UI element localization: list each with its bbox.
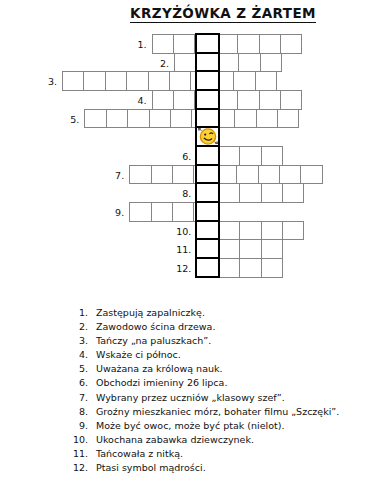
grid-cell[interactable] bbox=[62, 71, 84, 91]
grid-cell[interactable] bbox=[127, 109, 149, 129]
clue-item: 2.Zawodowo ścina drzewa. bbox=[70, 320, 339, 334]
grid-cell[interactable] bbox=[218, 221, 240, 241]
grid-cell[interactable] bbox=[279, 165, 301, 185]
grid-cell[interactable] bbox=[152, 34, 174, 54]
clue-number: 1. bbox=[70, 306, 88, 319]
clue-item: 6.Obchodzi imieniny 26 lipca. bbox=[70, 376, 339, 390]
solution-column-cell[interactable] bbox=[195, 220, 220, 241]
grid-cell[interactable] bbox=[170, 109, 192, 129]
clue-text: Wskaże ci północ. bbox=[96, 348, 181, 361]
grid-cell[interactable] bbox=[239, 239, 261, 259]
grid-cell[interactable] bbox=[172, 165, 194, 185]
grid-cell[interactable] bbox=[237, 34, 259, 54]
solution-column-cell[interactable] bbox=[195, 182, 220, 203]
row-number-label: 10. bbox=[165, 226, 191, 237]
clue-text: Zastępują zapalniczkę. bbox=[96, 306, 205, 319]
grid-row bbox=[129, 165, 323, 185]
grid-cell[interactable] bbox=[261, 183, 283, 203]
clue-item: 1.Zastępują zapalniczkę. bbox=[70, 306, 339, 320]
row-number-label: 7. bbox=[98, 170, 124, 181]
row-number-label: 8. bbox=[165, 188, 191, 199]
grid-cell[interactable] bbox=[126, 71, 148, 91]
solution-column-cell[interactable] bbox=[195, 257, 220, 278]
grid-cell[interactable] bbox=[151, 202, 173, 222]
grid-cell[interactable] bbox=[259, 90, 281, 110]
row-number-label: 6. bbox=[165, 151, 191, 162]
grid-cell[interactable] bbox=[129, 165, 151, 185]
clue-item: 4.Wskaże ci północ. bbox=[70, 348, 339, 362]
clue-number: 8. bbox=[70, 405, 88, 418]
clue-text: Wybrany przez uczniów „klasowy szef”. bbox=[96, 391, 285, 404]
row-number-label: 3. bbox=[31, 76, 57, 87]
clue-number: 11. bbox=[70, 447, 88, 460]
clue-number: 12. bbox=[70, 461, 88, 474]
clue-text: Groźny mieszkaniec mórz, bohater filmu „… bbox=[96, 405, 339, 418]
row-number-label: 11. bbox=[165, 244, 191, 255]
clue-number: 4. bbox=[70, 348, 88, 361]
clue-item: 11.Tańcowała z nitką. bbox=[70, 447, 339, 461]
clue-number: 7. bbox=[70, 391, 88, 404]
grid-cell[interactable] bbox=[129, 202, 151, 222]
grid-cell[interactable] bbox=[261, 221, 283, 241]
grid-cell[interactable] bbox=[239, 221, 261, 241]
grid-row bbox=[152, 34, 303, 54]
clue-text: Ptasi symbol mądrości. bbox=[96, 461, 206, 474]
clue-item: 12.Ptasi symbol mądrości. bbox=[70, 461, 339, 475]
solution-column-cell[interactable] bbox=[195, 33, 220, 54]
grid-row bbox=[62, 71, 277, 91]
crossword-grid: 1.2.3.4.5.6.7.8.9.10.11.12. bbox=[0, 0, 378, 300]
clue-item: 7.Wybrany przez uczniów „klasowy szef”. bbox=[70, 391, 339, 405]
grid-cell[interactable] bbox=[282, 183, 304, 203]
grid-cell[interactable] bbox=[261, 239, 283, 259]
grid-cell[interactable] bbox=[83, 71, 105, 91]
grid-row bbox=[152, 90, 303, 110]
solution-column-cell[interactable] bbox=[195, 201, 220, 222]
clue-item: 8.Groźny mieszkaniec mórz, bohater filmu… bbox=[70, 405, 339, 419]
grid-cell[interactable] bbox=[255, 71, 277, 91]
grid-cell[interactable] bbox=[260, 53, 282, 73]
clue-text: Obchodzi imieniny 26 lipca. bbox=[96, 376, 227, 389]
row-number-label: 12. bbox=[165, 263, 191, 274]
grid-cell[interactable] bbox=[106, 109, 128, 129]
grid-cell[interactable] bbox=[151, 165, 173, 185]
grid-cell[interactable] bbox=[173, 34, 195, 54]
clue-list: 1.Zastępują zapalniczkę.2.Zawodowo ścina… bbox=[70, 306, 339, 475]
clue-text: Tańcowała z nitką. bbox=[96, 447, 183, 460]
row-number-label: 1. bbox=[121, 39, 147, 50]
grid-cell[interactable] bbox=[218, 183, 240, 203]
grid-cell[interactable] bbox=[237, 90, 259, 110]
grid-cell[interactable] bbox=[282, 221, 304, 241]
grid-cell[interactable] bbox=[152, 90, 174, 110]
grid-cell[interactable] bbox=[300, 165, 322, 185]
grid-cell[interactable] bbox=[256, 109, 278, 129]
grid-cell[interactable] bbox=[259, 34, 281, 54]
grid-row bbox=[174, 53, 282, 73]
clue-item: 9.Może być owoc, może być ptak (nielot). bbox=[70, 419, 339, 433]
clue-item: 10.Ukochana zabawka dziewczynek. bbox=[70, 433, 339, 447]
clue-number: 10. bbox=[70, 433, 88, 446]
row-number-label: 2. bbox=[143, 58, 169, 69]
clue-item: 5.Uważana za królową nauk. bbox=[70, 362, 339, 376]
grid-cell[interactable] bbox=[261, 258, 283, 278]
grid-cell[interactable] bbox=[218, 146, 240, 166]
grid-cell[interactable] bbox=[280, 90, 302, 110]
clue-number: 9. bbox=[70, 419, 88, 432]
grid-cell[interactable] bbox=[105, 71, 127, 91]
grid-cell[interactable] bbox=[239, 183, 261, 203]
clue-number: 3. bbox=[70, 334, 88, 347]
clue-text: Ukochana zabawka dziewczynek. bbox=[96, 433, 254, 446]
row-number-label: 9. bbox=[98, 207, 124, 218]
grid-cell[interactable] bbox=[277, 109, 299, 129]
worksheet-page: KRZYŻÓWKA Z ŻARTEM 1.2.3.4.5.6.7.8.9.10.… bbox=[0, 0, 378, 480]
grid-cell[interactable] bbox=[169, 71, 191, 91]
solution-column-cell[interactable] bbox=[195, 238, 220, 259]
grid-cell[interactable] bbox=[280, 34, 302, 54]
grid-cell[interactable] bbox=[236, 165, 258, 185]
grid-cell[interactable] bbox=[218, 258, 240, 278]
solution-column-cell[interactable] bbox=[195, 70, 220, 91]
grid-cell[interactable] bbox=[174, 53, 196, 73]
grid-cell[interactable] bbox=[239, 258, 261, 278]
grid-cell[interactable] bbox=[173, 90, 195, 110]
grid-cell[interactable] bbox=[258, 165, 280, 185]
grid-cell[interactable] bbox=[172, 202, 194, 222]
grid-cell[interactable] bbox=[84, 109, 106, 129]
solution-column-cell[interactable] bbox=[195, 164, 220, 185]
clue-text: Uważana za królową nauk. bbox=[96, 362, 223, 375]
grid-cell[interactable] bbox=[233, 71, 255, 91]
grid-cell[interactable] bbox=[218, 239, 240, 259]
grid-cell[interactable] bbox=[261, 146, 283, 166]
solution-column-cell[interactable] bbox=[195, 52, 220, 73]
clue-item: 3.Tańczy „na paluszkach”. bbox=[70, 334, 339, 348]
grid-cell[interactable] bbox=[149, 109, 171, 129]
clue-number: 5. bbox=[70, 362, 88, 375]
grid-row bbox=[84, 109, 299, 129]
clue-text: Może być owoc, może być ptak (nielot). bbox=[96, 419, 284, 432]
grid-cell[interactable] bbox=[234, 109, 256, 129]
clue-number: 2. bbox=[70, 320, 88, 333]
grid-cell[interactable] bbox=[238, 53, 260, 73]
clue-text: Zawodowo ścina drzewa. bbox=[96, 320, 215, 333]
clue-number: 6. bbox=[70, 376, 88, 389]
row-number-label: 4. bbox=[121, 95, 147, 106]
grid-cell[interactable] bbox=[239, 146, 261, 166]
clue-text: Tańczy „na paluszkach”. bbox=[96, 334, 211, 347]
grid-cell[interactable] bbox=[148, 71, 170, 91]
row-number-label: 5. bbox=[53, 114, 79, 125]
smiley-icon bbox=[197, 125, 219, 152]
solution-column-cell[interactable] bbox=[195, 89, 220, 110]
